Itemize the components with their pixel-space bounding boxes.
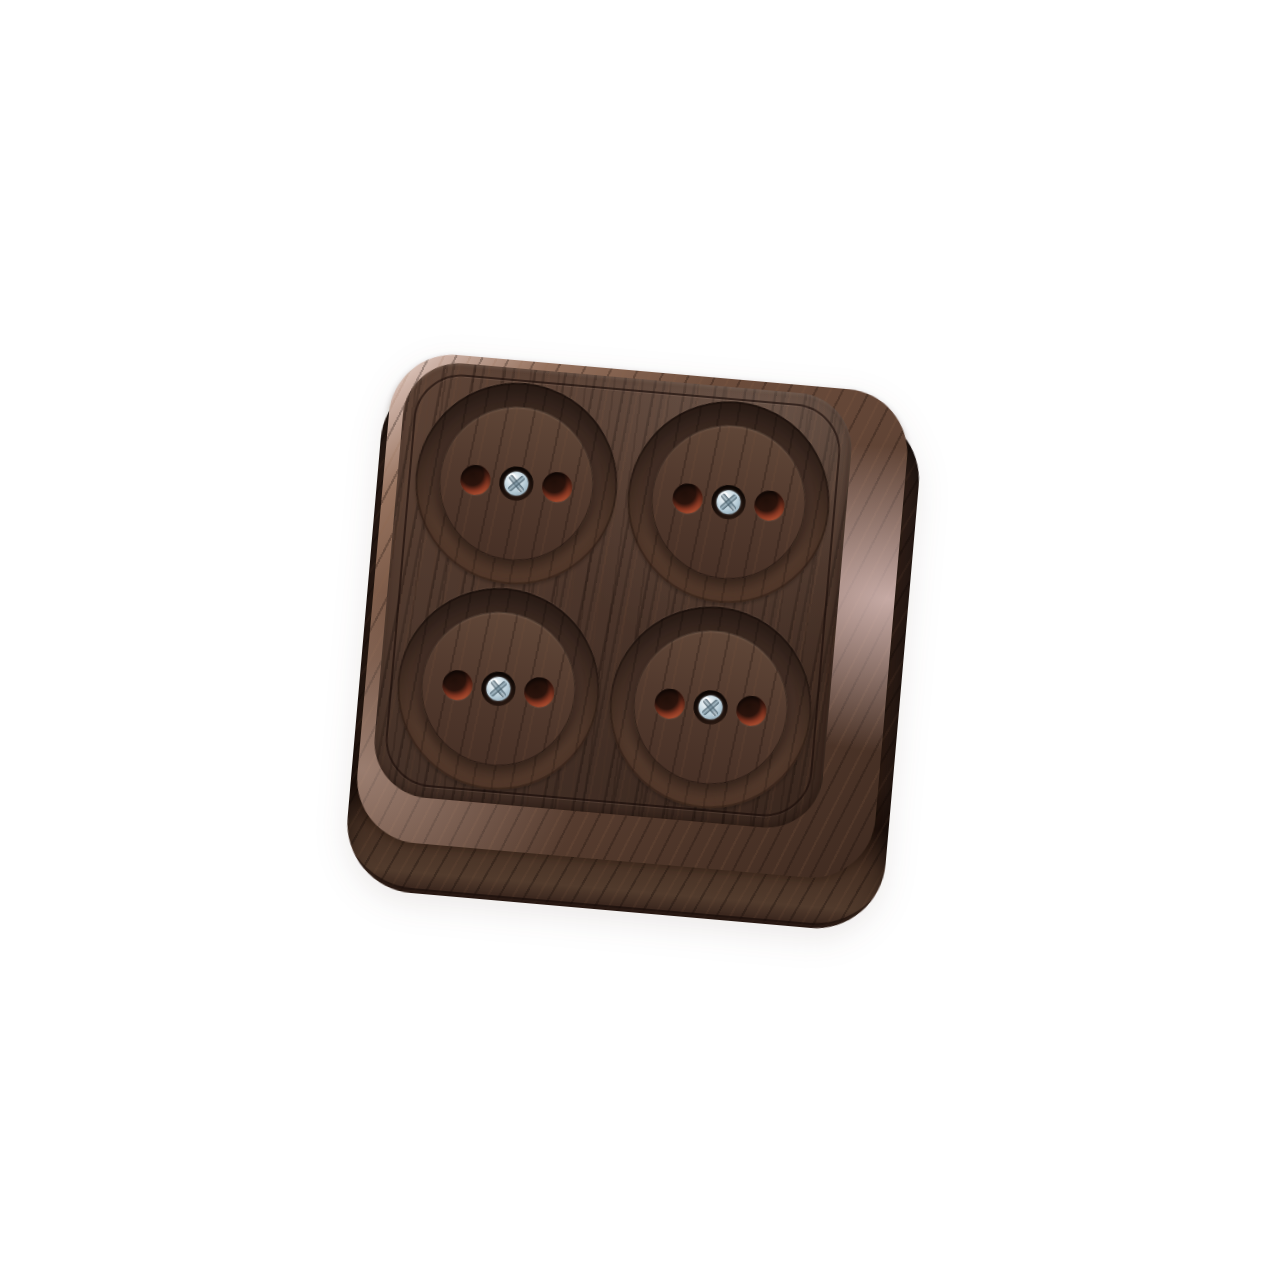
screw-recess	[710, 484, 747, 521]
socket-block	[340, 349, 941, 935]
socket-recess-top-left	[406, 374, 625, 593]
screw-recess	[479, 670, 516, 707]
socket-inner-disc	[432, 400, 599, 567]
photo-background	[0, 0, 1280, 1280]
center-screw	[697, 694, 723, 720]
center-screw	[715, 489, 741, 515]
pin-hole-left	[459, 464, 492, 497]
socket-recess-top-right	[619, 393, 838, 612]
pin-hole-right	[735, 695, 768, 728]
screw-recess	[497, 465, 534, 502]
cover-plate	[370, 359, 856, 833]
pin-hole-left	[441, 669, 474, 702]
socket-inner-disc	[414, 605, 581, 772]
pin-hole-right	[522, 676, 555, 709]
screw-recess	[692, 689, 729, 726]
socket-inner-disc	[645, 419, 812, 586]
socket-recess-bottom-left	[388, 579, 607, 798]
center-screw	[485, 676, 511, 702]
socket-recess-bottom-right	[601, 598, 820, 817]
center-screw	[503, 471, 529, 497]
pin-hole-right	[753, 489, 786, 522]
pin-hole-right	[540, 471, 573, 504]
pin-hole-left	[671, 482, 704, 515]
pin-hole-left	[653, 688, 686, 721]
socket-inner-disc	[627, 624, 794, 791]
socket-grid	[383, 372, 843, 820]
